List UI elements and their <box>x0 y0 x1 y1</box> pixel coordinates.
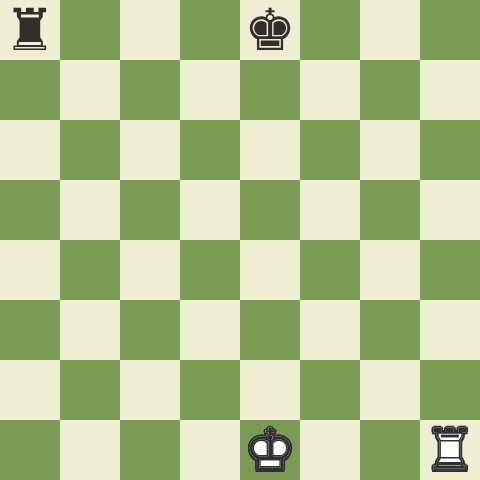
square-a8[interactable]: ♜ <box>0 0 60 60</box>
square-c2[interactable] <box>120 360 180 420</box>
square-c4[interactable] <box>120 240 180 300</box>
square-b8[interactable] <box>60 0 120 60</box>
white-piece-outline: ♖ <box>420 420 480 480</box>
square-d1[interactable] <box>180 420 240 480</box>
square-g6[interactable] <box>360 120 420 180</box>
square-d5[interactable] <box>180 180 240 240</box>
square-f3[interactable] <box>300 300 360 360</box>
square-e2[interactable] <box>240 360 300 420</box>
square-f1[interactable] <box>300 420 360 480</box>
square-c6[interactable] <box>120 120 180 180</box>
square-e4[interactable] <box>240 240 300 300</box>
square-g3[interactable] <box>360 300 420 360</box>
white-piece-outline: ♔ <box>240 420 300 480</box>
square-e3[interactable] <box>240 300 300 360</box>
square-c8[interactable] <box>120 0 180 60</box>
square-d8[interactable] <box>180 0 240 60</box>
square-f5[interactable] <box>300 180 360 240</box>
square-d2[interactable] <box>180 360 240 420</box>
square-c5[interactable] <box>120 180 180 240</box>
square-h5[interactable] <box>420 180 480 240</box>
square-h2[interactable] <box>420 360 480 420</box>
square-d3[interactable] <box>180 300 240 360</box>
square-b2[interactable] <box>60 360 120 420</box>
square-h6[interactable] <box>420 120 480 180</box>
square-a3[interactable] <box>0 300 60 360</box>
square-a6[interactable] <box>0 120 60 180</box>
white-king-icon[interactable]: ♚♔ <box>240 420 300 480</box>
square-h7[interactable] <box>420 60 480 120</box>
square-g5[interactable] <box>360 180 420 240</box>
square-f2[interactable] <box>300 360 360 420</box>
square-e6[interactable] <box>240 120 300 180</box>
black-king-icon[interactable]: ♚ <box>240 0 300 60</box>
white-rook-icon[interactable]: ♜♖ <box>420 420 480 480</box>
square-d6[interactable] <box>180 120 240 180</box>
square-b7[interactable] <box>60 60 120 120</box>
chess-board: ♜♚♚♔♜♖ <box>0 0 480 480</box>
square-c1[interactable] <box>120 420 180 480</box>
square-a2[interactable] <box>0 360 60 420</box>
square-g7[interactable] <box>360 60 420 120</box>
black-rook-icon[interactable]: ♜ <box>0 0 60 60</box>
square-a5[interactable] <box>0 180 60 240</box>
square-h1[interactable]: ♜♖ <box>420 420 480 480</box>
square-f4[interactable] <box>300 240 360 300</box>
square-a7[interactable] <box>0 60 60 120</box>
square-c7[interactable] <box>120 60 180 120</box>
square-b3[interactable] <box>60 300 120 360</box>
square-g4[interactable] <box>360 240 420 300</box>
square-a1[interactable] <box>0 420 60 480</box>
square-e7[interactable] <box>240 60 300 120</box>
square-f6[interactable] <box>300 120 360 180</box>
square-e8[interactable]: ♚ <box>240 0 300 60</box>
square-b6[interactable] <box>60 120 120 180</box>
square-c3[interactable] <box>120 300 180 360</box>
square-g2[interactable] <box>360 360 420 420</box>
square-h8[interactable] <box>420 0 480 60</box>
square-f8[interactable] <box>300 0 360 60</box>
square-e5[interactable] <box>240 180 300 240</box>
square-h3[interactable] <box>420 300 480 360</box>
square-d4[interactable] <box>180 240 240 300</box>
square-a4[interactable] <box>0 240 60 300</box>
square-b5[interactable] <box>60 180 120 240</box>
square-g8[interactable] <box>360 0 420 60</box>
square-d7[interactable] <box>180 60 240 120</box>
square-h4[interactable] <box>420 240 480 300</box>
square-b1[interactable] <box>60 420 120 480</box>
square-g1[interactable] <box>360 420 420 480</box>
square-b4[interactable] <box>60 240 120 300</box>
square-e1[interactable]: ♚♔ <box>240 420 300 480</box>
square-f7[interactable] <box>300 60 360 120</box>
